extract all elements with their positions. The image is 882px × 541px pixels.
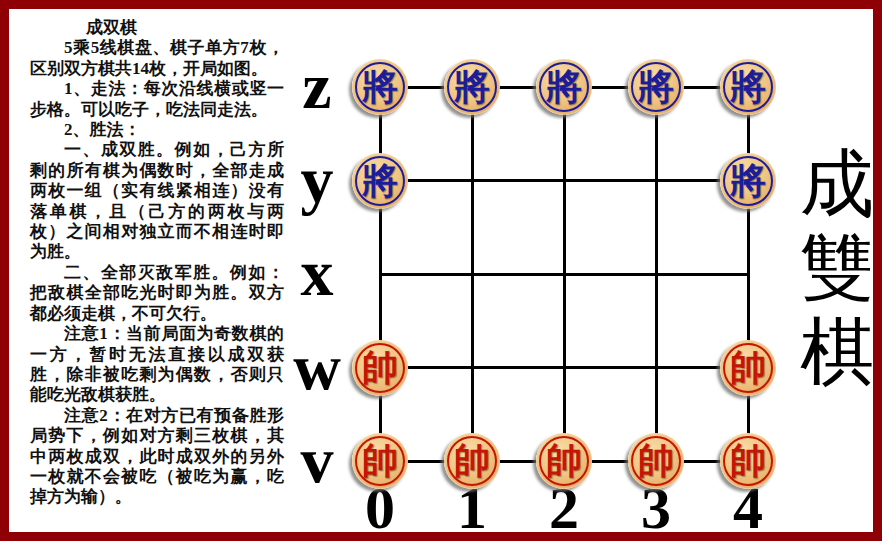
page-frame: 成双棋 5乘5线棋盘、棋子单方7枚，区别双方棋共14枚，开局如图。1、走法：每次… <box>0 0 882 541</box>
rules-paragraph: 二、全部灭敌军胜。例如：把敌棋全部吃光时即为胜。双方都必须走棋，不可欠行。 <box>30 263 284 324</box>
rules-paragraphs: 5乘5线棋盘、棋子单方7枚，区别双方棋共14枚，开局如图。1、走法：每次沿线横或… <box>30 38 284 507</box>
piece-blue-general[interactable]: 將 <box>352 153 408 209</box>
rules-paragraph: 1、走法：每次沿线横或竖一步格。可以吃子，吃法同走法。 <box>30 79 284 120</box>
side-title-char: 棋 <box>794 310 880 394</box>
piece-blue-general[interactable]: 將 <box>352 59 408 115</box>
side-title: 成雙棋 <box>794 142 880 394</box>
marshal-glyph: 帥 <box>362 443 398 479</box>
grid-vline-1 <box>471 86 474 463</box>
general-glyph: 將 <box>730 163 766 199</box>
grid-vline-3 <box>655 86 658 463</box>
marshal-glyph: 帥 <box>638 443 674 479</box>
rules-paragraph: 5乘5线棋盘、棋子单方7枚，区别双方棋共14枚，开局如图。 <box>30 38 284 79</box>
general-glyph: 將 <box>362 163 398 199</box>
piece-red-marshal[interactable]: 帥 <box>352 433 408 489</box>
piece-red-marshal[interactable]: 帥 <box>352 340 408 396</box>
rules-paragraph: 注意1：当前局面为奇数棋的一方，暂时无法直接以成双获胜，除非被吃剩为偶数，否则只… <box>30 324 284 406</box>
piece-blue-general[interactable]: 將 <box>536 59 592 115</box>
piece-red-marshal[interactable]: 帥 <box>720 340 776 396</box>
general-glyph: 將 <box>730 69 766 105</box>
general-glyph: 將 <box>546 69 582 105</box>
grid-vline-2 <box>563 86 566 463</box>
marshal-glyph: 帥 <box>730 443 766 479</box>
marshal-glyph: 帥 <box>362 350 398 386</box>
piece-red-marshal[interactable]: 帥 <box>536 433 592 489</box>
marshal-glyph: 帥 <box>730 350 766 386</box>
row-label-x: x <box>282 238 352 308</box>
general-glyph: 將 <box>454 69 490 105</box>
row-label-y: y <box>282 145 352 215</box>
side-title-char: 雙 <box>794 226 880 310</box>
piece-blue-general[interactable]: 將 <box>720 153 776 209</box>
rules-title: 成双棋 <box>30 18 284 38</box>
grid-vline-4 <box>747 86 750 463</box>
piece-red-marshal[interactable]: 帥 <box>628 433 684 489</box>
rules-paragraph: 一、成双胜。例如，己方所剩的所有棋为偶数时，全部走成两枚一组（实有线紧相连）没有… <box>30 140 284 262</box>
piece-red-marshal[interactable]: 帥 <box>720 433 776 489</box>
piece-blue-general[interactable]: 將 <box>720 59 776 115</box>
rules-panel: 成双棋 5乘5线棋盘、棋子单方7枚，区别双方棋共14枚，开局如图。1、走法：每次… <box>30 18 284 508</box>
general-glyph: 將 <box>638 69 674 105</box>
grid-vline-0 <box>379 86 382 463</box>
row-label-w: w <box>282 332 352 402</box>
piece-blue-general[interactable]: 將 <box>628 59 684 115</box>
rules-paragraph: 注意2：在对方已有预备胜形局势下，例如对方剩三枚棋，其中两枚成双，此时成双外的另… <box>30 406 284 508</box>
marshal-glyph: 帥 <box>546 443 582 479</box>
row-label-z: z <box>282 51 352 121</box>
general-glyph: 將 <box>362 69 398 105</box>
side-title-char: 成 <box>794 142 880 226</box>
piece-blue-general[interactable]: 將 <box>444 59 500 115</box>
marshal-glyph: 帥 <box>454 443 490 479</box>
piece-red-marshal[interactable]: 帥 <box>444 433 500 489</box>
rules-paragraph: 2、胜法： <box>30 120 284 140</box>
